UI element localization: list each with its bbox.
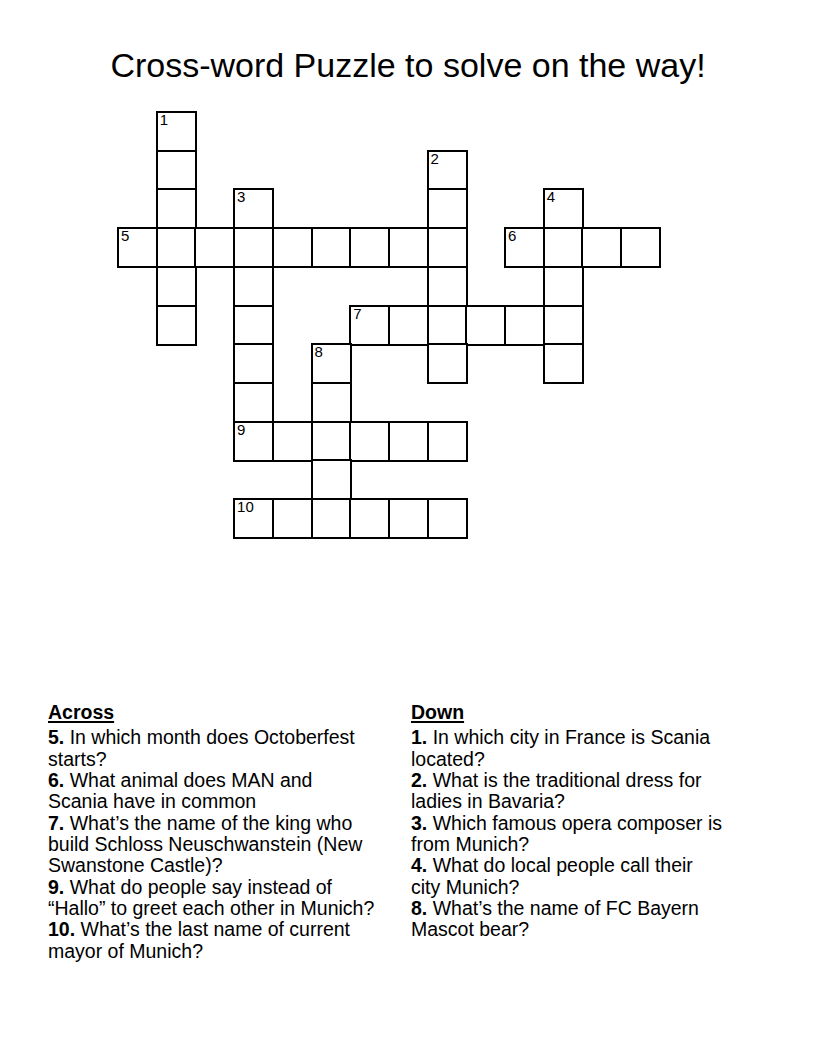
cell-r4-c11[interactable] — [543, 266, 584, 307]
clue-line: Swanstone Castle)? — [48, 855, 374, 876]
cell-r4-c3[interactable] — [233, 266, 274, 307]
cell-r6-c8[interactable] — [427, 343, 468, 384]
clue-number-1: 1 — [160, 114, 168, 125]
cell-r3-c4[interactable] — [272, 227, 313, 268]
clue-across-6: 6. What animal does MAN andScania have i… — [48, 770, 374, 813]
clue-number-label: 7. — [48, 812, 64, 834]
worksheet-page: Cross-word Puzzle to solve on the way! 1… — [0, 0, 816, 1056]
clue-number-5: 5 — [121, 230, 129, 241]
clue-line: located? — [411, 749, 722, 770]
cell-r5-c7[interactable] — [388, 305, 429, 346]
clue-line: city Munich? — [411, 877, 722, 898]
down-clues-section: Down 1. In which city in France is Scani… — [411, 702, 722, 941]
clue-line: starts? — [48, 749, 374, 770]
across-clue-list: 5. In which month does Octoberfeststarts… — [48, 727, 374, 962]
cell-r8-c7[interactable] — [388, 421, 429, 462]
cell-r3-c7[interactable] — [388, 227, 429, 268]
cell-r6-c5[interactable]: 8 — [311, 343, 352, 384]
clue-number-label: 6. — [48, 769, 64, 791]
cell-r7-c3[interactable] — [233, 382, 274, 423]
cell-r10-c4[interactable] — [272, 498, 313, 539]
cell-r10-c6[interactable] — [349, 498, 390, 539]
clue-line: “Hallo” to greet each other in Munich? — [48, 898, 374, 919]
cell-r4-c8[interactable] — [427, 266, 468, 307]
cell-r3-c11[interactable] — [543, 227, 584, 268]
clue-line: 10. What’s the last name of current — [48, 919, 374, 940]
clue-line: 6. What animal does MAN and — [48, 770, 374, 791]
across-clues-section: Across 5. In which month does Octoberfes… — [48, 702, 374, 962]
cell-r1-c1[interactable] — [156, 150, 197, 191]
clue-number-label: 8. — [411, 897, 427, 919]
clue-down-4: 4. What do local people call theircity M… — [411, 855, 722, 898]
cell-r8-c8[interactable] — [427, 421, 468, 462]
clue-line: Scania have in common — [48, 791, 374, 812]
cell-r3-c5[interactable] — [311, 227, 352, 268]
cell-r3-c10[interactable]: 6 — [504, 227, 545, 268]
clue-number-label: 2. — [411, 769, 427, 791]
cell-r5-c3[interactable] — [233, 305, 274, 346]
cell-r10-c8[interactable] — [427, 498, 468, 539]
down-clue-list: 1. In which city in France is Scanialoca… — [411, 727, 722, 940]
cell-r8-c6[interactable] — [349, 421, 390, 462]
cell-r0-c1[interactable]: 1 — [156, 111, 197, 152]
cell-r5-c9[interactable] — [465, 305, 506, 346]
clue-across-5: 5. In which month does Octoberfeststarts… — [48, 727, 374, 770]
cell-r2-c11[interactable]: 4 — [543, 188, 584, 229]
clue-line: Mascot bear? — [411, 919, 722, 940]
clue-line: build Schloss Neuschwanstein (New — [48, 834, 374, 855]
cell-r3-c1[interactable] — [156, 227, 197, 268]
cell-r8-c5[interactable] — [311, 421, 352, 462]
clue-line: from Munich? — [411, 834, 722, 855]
clue-number-9: 9 — [237, 424, 245, 435]
clue-line: 9. What do people say instead of — [48, 877, 374, 898]
cell-r9-c5[interactable] — [311, 459, 352, 500]
cell-r5-c10[interactable] — [504, 305, 545, 346]
clue-line: 2. What is the traditional dress for — [411, 770, 722, 791]
clue-line: 3. Which famous opera composer is — [411, 813, 722, 834]
clue-line: 8. What’s the name of FC Bayern — [411, 898, 722, 919]
cell-r8-c4[interactable] — [272, 421, 313, 462]
cell-r3-c13[interactable] — [620, 227, 661, 268]
cell-r3-c6[interactable] — [349, 227, 390, 268]
clue-number-label: 9. — [48, 876, 64, 898]
clue-number-2: 2 — [431, 153, 439, 164]
cell-r6-c3[interactable] — [233, 343, 274, 384]
clue-number-7: 7 — [353, 308, 361, 319]
cell-r7-c5[interactable] — [311, 382, 352, 423]
clue-line: 1. In which city in France is Scania — [411, 727, 722, 748]
clue-line: 7. What’s the name of the king who — [48, 813, 374, 834]
cell-r1-c8[interactable]: 2 — [427, 150, 468, 191]
cell-r3-c12[interactable] — [581, 227, 622, 268]
clue-down-2: 2. What is the traditional dress forladi… — [411, 770, 722, 813]
clue-number-10: 10 — [237, 501, 254, 512]
down-heading: Down — [411, 702, 722, 723]
cell-r3-c2[interactable] — [194, 227, 235, 268]
cell-r5-c8[interactable] — [427, 305, 468, 346]
clue-line: 4. What do local people call their — [411, 855, 722, 876]
cell-r2-c1[interactable] — [156, 188, 197, 229]
clue-number-3: 3 — [237, 191, 245, 202]
cell-r5-c1[interactable] — [156, 305, 197, 346]
cell-r10-c7[interactable] — [388, 498, 429, 539]
clue-number-4: 4 — [547, 191, 555, 202]
clue-number-8: 8 — [315, 346, 323, 357]
cell-r10-c5[interactable] — [311, 498, 352, 539]
clue-line: 5. In which month does Octoberfest — [48, 727, 374, 748]
cell-r10-c3[interactable]: 10 — [233, 498, 274, 539]
clue-down-1: 1. In which city in France is Scanialoca… — [411, 727, 722, 770]
puzzle-title: Cross-word Puzzle to solve on the way! — [0, 46, 816, 85]
cell-r3-c3[interactable] — [233, 227, 274, 268]
clue-line: mayor of Munich? — [48, 941, 374, 962]
cell-r5-c11[interactable] — [543, 305, 584, 346]
clue-number-label: 1. — [411, 726, 427, 748]
clue-number-label: 5. — [48, 726, 64, 748]
clue-number-6: 6 — [508, 230, 516, 241]
clue-down-8: 8. What’s the name of FC BayernMascot be… — [411, 898, 722, 941]
cell-r3-c0[interactable]: 5 — [117, 227, 158, 268]
cell-r2-c8[interactable] — [427, 188, 468, 229]
clue-across-9: 9. What do people say instead of“Hallo” … — [48, 877, 374, 920]
clue-across-10: 10. What’s the last name of currentmayor… — [48, 919, 374, 962]
cell-r6-c11[interactable] — [543, 343, 584, 384]
clue-number-label: 3. — [411, 812, 427, 834]
cell-r5-c6[interactable]: 7 — [349, 305, 390, 346]
cell-r3-c8[interactable] — [427, 227, 468, 268]
cell-r2-c3[interactable]: 3 — [233, 188, 274, 229]
clue-down-3: 3. Which famous opera composer isfrom Mu… — [411, 813, 722, 856]
cell-r4-c1[interactable] — [156, 266, 197, 307]
clue-line: ladies in Bavaria? — [411, 791, 722, 812]
clue-number-label: 4. — [411, 854, 427, 876]
cell-r8-c3[interactable]: 9 — [233, 421, 274, 462]
clue-across-7: 7. What’s the name of the king whobuild … — [48, 813, 374, 877]
clue-number-label: 10. — [48, 918, 75, 940]
across-heading: Across — [48, 702, 374, 723]
